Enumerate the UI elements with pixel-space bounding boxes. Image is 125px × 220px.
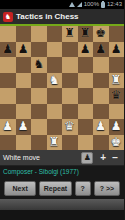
square-g8[interactable]: ♚ [93,26,109,42]
square-h2[interactable]: ♟ [109,119,125,135]
white-rook: ♜ [111,73,122,88]
square-e7[interactable] [62,42,78,58]
footer-area [0,199,124,220]
wifi-icon [69,2,75,7]
square-f5[interactable] [78,73,94,89]
square-c4[interactable] [31,88,47,104]
app-icon-knight-glyph: ♞ [5,12,11,22]
square-a4[interactable] [0,88,16,104]
square-d6[interactable] [47,57,63,73]
white-knight: ♞ [49,73,60,88]
black-king: ♚ [95,26,106,41]
solution-button[interactable]: ? >> [94,181,120,196]
square-g6[interactable] [93,57,109,73]
black-pawn: ♟ [2,42,13,57]
square-h3[interactable] [109,104,125,120]
square-b4[interactable] [16,88,32,104]
square-g4[interactable] [93,88,109,104]
black-queen: ♛ [111,88,122,103]
square-b1[interactable] [16,135,32,151]
status-bar: 100% 12:43 [0,0,124,9]
square-d1[interactable]: ♜ [47,135,63,151]
square-e2[interactable]: ♛ [62,119,78,135]
move-status-bar: White move ♟ + − [0,150,124,166]
square-g1[interactable] [93,135,109,151]
square-a3[interactable] [0,104,16,120]
square-f3[interactable] [78,104,94,120]
square-e8[interactable]: ♜ [62,26,78,42]
side-to-move-label: White move [3,154,81,161]
footer-background [0,210,124,220]
chess-board[interactable]: ♜♜♚♟♟♟♟♟♞♞♜♛♟♟♛♟♟♜♚ [0,26,124,150]
puzzle-source-line: Composer - Sibolgi (1977) [0,166,124,177]
square-d2[interactable] [47,119,63,135]
square-d3[interactable] [47,104,63,120]
square-h5[interactable]: ♜ [109,73,125,89]
white-pawn: ♟ [2,119,13,134]
app-window: 100% 12:43 ♞ Tactics in Chess ♜♜♚♟♟♟♟♟♞♞… [0,0,124,220]
square-d8[interactable] [47,26,63,42]
square-h6[interactable] [109,57,125,73]
square-f8[interactable]: ♜ [78,26,94,42]
square-f1[interactable] [78,135,94,151]
black-pawn: ♟ [80,42,91,57]
square-e5[interactable] [62,73,78,89]
square-c1[interactable] [31,135,47,151]
pawn-icon: ♟ [84,153,91,163]
square-f2[interactable] [78,119,94,135]
title-bar: ♞ Tactics in Chess [0,9,124,24]
square-f4[interactable] [78,88,94,104]
square-a6[interactable] [0,57,16,73]
square-g5[interactable] [93,73,109,89]
square-c3[interactable] [31,104,47,120]
square-b5[interactable] [16,73,32,89]
black-pawn: ♟ [95,42,106,57]
square-f6[interactable] [78,57,94,73]
white-pawn: ♟ [111,119,122,134]
square-c2[interactable] [31,119,47,135]
square-e3[interactable] [62,104,78,120]
black-knight: ♞ [33,57,44,72]
square-c6[interactable]: ♞ [31,57,47,73]
black-pawn: ♟ [18,42,29,57]
square-e4[interactable] [62,88,78,104]
square-d4[interactable] [47,88,63,104]
white-pawn: ♟ [95,119,106,134]
square-a5[interactable] [0,73,16,89]
square-a1[interactable] [0,135,16,151]
hint-button[interactable]: ? [75,181,91,196]
footer-strip [0,199,124,210]
square-h1[interactable]: ♚ [109,135,125,151]
black-rook: ♜ [80,26,91,41]
square-a8[interactable] [0,26,16,42]
square-b6[interactable] [16,57,32,73]
next-button[interactable]: Next [4,181,36,196]
square-e6[interactable] [62,57,78,73]
signal-icon [77,2,82,7]
square-h4[interactable]: ♛ [109,88,125,104]
black-pawn: ♟ [111,42,122,57]
square-c8[interactable] [31,26,47,42]
square-b7[interactable]: ♟ [16,42,32,58]
repeat-button[interactable]: Repeat [39,181,71,196]
white-queen: ♛ [64,119,75,134]
square-a2[interactable]: ♟ [0,119,16,135]
square-e1[interactable] [62,135,78,151]
zoom-out-button[interactable]: − [109,150,121,166]
square-d5[interactable]: ♞ [47,73,63,89]
square-f7[interactable]: ♟ [78,42,94,58]
square-b2[interactable]: ♟ [16,119,32,135]
white-king: ♚ [111,135,122,150]
page-title: Tactics in Chess [16,12,79,21]
square-g3[interactable] [93,104,109,120]
white-pawn: ♟ [18,119,29,134]
square-h7[interactable]: ♟ [109,42,125,58]
square-a7[interactable]: ♟ [0,42,16,58]
white-rook: ♜ [49,135,60,150]
square-g7[interactable]: ♟ [93,42,109,58]
battery-icon [101,2,105,8]
black-rook: ♜ [64,26,75,41]
square-c5[interactable] [31,73,47,89]
clock: 12:43 [107,0,122,9]
app-icon: ♞ [3,12,13,22]
square-h8[interactable] [109,26,125,42]
square-c7[interactable] [31,42,47,58]
controls-row: Next Repeat ? ? >> [0,177,124,199]
square-b8[interactable] [16,26,32,42]
square-g2[interactable]: ♟ [93,119,109,135]
square-b3[interactable] [16,104,32,120]
battery-percent: 100% [84,0,99,9]
square-d7[interactable] [47,42,63,58]
piece-set-button[interactable]: ♟ [81,152,93,164]
composer-text: Composer - Sibolgi (1977) [3,168,79,175]
zoom-in-button[interactable]: + [97,150,109,166]
